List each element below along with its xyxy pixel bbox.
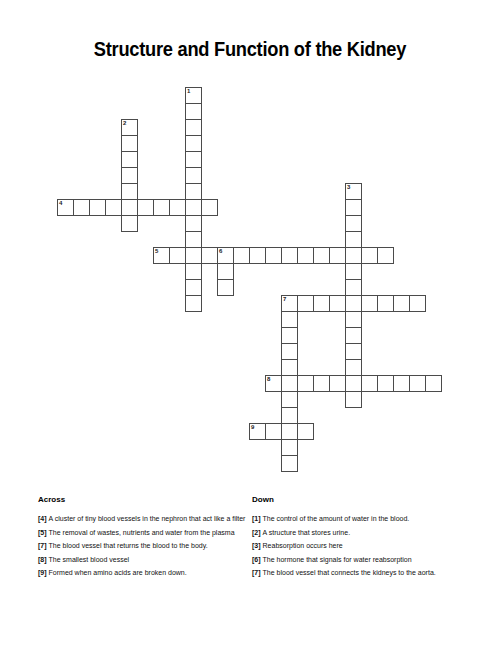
grid-cell-r17c18[interactable] (345, 359, 362, 376)
grid-cell-r18c18[interactable] (345, 375, 362, 392)
grid-cell-r10c15[interactable] (297, 247, 314, 264)
grid-cell-r10c19[interactable] (361, 247, 378, 264)
grid-cell-r1c8[interactable] (185, 103, 202, 120)
crossword-page: Structure and Function of the Kidney 123… (0, 0, 500, 647)
grid-cell-r16c14[interactable] (281, 343, 298, 360)
cell-number-2: 2 (123, 120, 126, 127)
grid-cell-r19c18[interactable] (345, 391, 362, 408)
grid-cell-r5c8[interactable] (185, 167, 202, 184)
grid-cell-r7c0[interactable]: 4 (57, 199, 74, 216)
clue-number: [4] (38, 515, 47, 522)
down-heading: Down (252, 495, 450, 504)
grid-cell-r12c8[interactable] (185, 279, 202, 296)
across-heading: Across (38, 495, 246, 504)
grid-cell-r16c18[interactable] (345, 343, 362, 360)
cell-number-8: 8 (267, 376, 270, 383)
grid-cell-r21c13[interactable] (265, 423, 282, 440)
grid-cell-r18c21[interactable] (393, 375, 410, 392)
grid-cell-r7c6[interactable] (153, 199, 170, 216)
cell-number-7: 7 (283, 296, 286, 303)
grid-cell-r10c14[interactable] (281, 247, 298, 264)
clue-down-2: [2]A structure that stores urine. (252, 528, 450, 537)
grid-cell-r7c4[interactable] (121, 199, 138, 216)
grid-cell-r18c16[interactable] (313, 375, 330, 392)
grid-cell-r22c14[interactable] (281, 439, 298, 456)
grid-cell-r21c14[interactable] (281, 423, 298, 440)
grid-cell-r5c4[interactable] (121, 167, 138, 184)
clue-text: The blood vessel that returns the blood … (49, 542, 208, 549)
grid-cell-r10c13[interactable] (265, 247, 282, 264)
grid-cell-r3c8[interactable] (185, 135, 202, 152)
grid-cell-r10c10[interactable]: 6 (217, 247, 234, 264)
grid-cell-r7c8[interactable] (185, 199, 202, 216)
grid-cell-r18c20[interactable] (377, 375, 394, 392)
clue-number: [3] (252, 542, 261, 549)
grid-cell-r8c4[interactable] (121, 215, 138, 232)
clue-down-6: [6]The hormone that signals for water re… (252, 555, 450, 564)
clue-text: The smallest blood vessel (49, 556, 130, 563)
grid-cell-r17c14[interactable] (281, 359, 298, 376)
page-title: Structure and Function of the Kidney (33, 37, 468, 61)
grid-cell-r7c18[interactable] (345, 199, 362, 216)
clue-across-4: [4]A cluster of tiny blood vessels in th… (38, 514, 246, 523)
grid-cell-r13c21[interactable] (393, 295, 410, 312)
grid-cell-r6c18[interactable]: 3 (345, 183, 362, 200)
clue-text: A structure that stores urine. (263, 529, 351, 536)
grid-cell-r20c14[interactable] (281, 407, 298, 424)
grid-cell-r10c7[interactable] (169, 247, 186, 264)
grid-cell-r21c15[interactable] (297, 423, 314, 440)
clue-down-3: [3]Reabsorption occurs here (252, 541, 450, 550)
clue-text: The hormone that signals for water reabs… (263, 556, 412, 563)
grid-cell-r4c8[interactable] (185, 151, 202, 168)
clue-across-8: [8]The smallest blood vessel (38, 555, 246, 564)
clue-number: [9] (38, 569, 47, 576)
clue-number: [2] (252, 529, 261, 536)
clue-across-7: [7]The blood vessel that returns the blo… (38, 541, 246, 550)
grid-cell-r13c17[interactable] (329, 295, 346, 312)
grid-cell-r4c4[interactable] (121, 151, 138, 168)
grid-cell-r10c11[interactable] (233, 247, 250, 264)
grid-cell-r13c18[interactable] (345, 295, 362, 312)
grid-cell-r8c18[interactable] (345, 215, 362, 232)
clue-across-5: [5]The removal of wastes, nutrients and … (38, 528, 246, 537)
grid-cell-r9c18[interactable] (345, 231, 362, 248)
grid-cell-r9c8[interactable] (185, 231, 202, 248)
clue-text: Formed when amino acids are broken down. (49, 569, 187, 576)
grid-cell-r15c18[interactable] (345, 327, 362, 344)
clue-text: The blood vessel that connects the kidne… (263, 569, 436, 576)
grid-cell-r10c18[interactable] (345, 247, 362, 264)
grid-cell-r7c7[interactable] (169, 199, 186, 216)
clue-number: [8] (38, 556, 47, 563)
grid-cell-r10c17[interactable] (329, 247, 346, 264)
clue-across-9: [9]Formed when amino acids are broken do… (38, 568, 246, 577)
down-clues-section: Down [1]The control of the amount of wat… (252, 495, 450, 582)
grid-cell-r10c6[interactable]: 5 (153, 247, 170, 264)
crossword-board: 123456789 (57, 87, 442, 472)
grid-cell-r14c14[interactable] (281, 311, 298, 328)
clue-number: [7] (252, 569, 261, 576)
grid-cell-r7c5[interactable] (137, 199, 154, 216)
grid-cell-r13c19[interactable] (361, 295, 378, 312)
grid-cell-r7c2[interactable] (89, 199, 106, 216)
grid-cell-r18c17[interactable] (329, 375, 346, 392)
grid-cell-r18c23[interactable] (425, 375, 442, 392)
grid-cell-r14c18[interactable] (345, 311, 362, 328)
grid-cell-r6c8[interactable] (185, 183, 202, 200)
grid-cell-r12c10[interactable] (217, 279, 234, 296)
grid-cell-r8c8[interactable] (185, 215, 202, 232)
grid-cell-r3c4[interactable] (121, 135, 138, 152)
clue-text: A cluster of tiny blood vessels in the n… (49, 515, 246, 522)
grid-cell-r18c19[interactable] (361, 375, 378, 392)
grid-cell-r19c14[interactable] (281, 391, 298, 408)
cell-number-3: 3 (347, 184, 350, 191)
cell-number-4: 4 (59, 200, 62, 207)
grid-cell-r7c3[interactable] (105, 199, 122, 216)
grid-cell-r15c14[interactable] (281, 327, 298, 344)
grid-cell-r10c9[interactable] (201, 247, 218, 264)
clue-text: The removal of wastes, nutrients and wat… (49, 529, 235, 536)
grid-cell-r6c4[interactable] (121, 183, 138, 200)
cell-number-6: 6 (219, 248, 222, 255)
across-clues-section: Across [4]A cluster of tiny blood vessel… (38, 495, 246, 582)
grid-cell-r12c18[interactable] (345, 279, 362, 296)
grid-cell-r21c12[interactable]: 9 (249, 423, 266, 440)
grid-cell-r2c8[interactable] (185, 119, 202, 136)
cell-number-1: 1 (187, 88, 190, 95)
grid-cell-r11c10[interactable] (217, 263, 234, 280)
clue-number: [6] (252, 556, 261, 563)
clue-down-1: [1]The control of the amount of water in… (252, 514, 450, 523)
grid-cell-r10c8[interactable] (185, 247, 202, 264)
grid-cell-r13c22[interactable] (409, 295, 426, 312)
grid-cell-r2c4[interactable]: 2 (121, 119, 138, 136)
grid-cell-r13c20[interactable] (377, 295, 394, 312)
grid-cell-r7c1[interactable] (73, 199, 90, 216)
grid-cell-r0c8[interactable]: 1 (185, 87, 202, 104)
grid-cell-r18c13[interactable]: 8 (265, 375, 282, 392)
grid-cell-r13c8[interactable] (185, 295, 202, 312)
grid-cell-r11c18[interactable] (345, 263, 362, 280)
clue-number: [1] (252, 515, 261, 522)
clue-number: [7] (38, 542, 47, 549)
grid-cell-r18c15[interactable] (297, 375, 314, 392)
grid-cell-r18c22[interactable] (409, 375, 426, 392)
grid-cell-r13c14[interactable]: 7 (281, 295, 298, 312)
cell-number-5: 5 (155, 248, 158, 255)
grid-cell-r23c14[interactable] (281, 455, 298, 472)
grid-cell-r10c20[interactable] (377, 247, 394, 264)
clue-text: Reabsorption occurs here (263, 542, 343, 549)
clue-number: [5] (38, 529, 47, 536)
grid-cell-r13c15[interactable] (297, 295, 314, 312)
clue-text: The control of the amount of water in th… (263, 515, 410, 522)
grid-cell-r10c16[interactable] (313, 247, 330, 264)
grid-cell-r11c8[interactable] (185, 263, 202, 280)
cell-number-9: 9 (251, 424, 254, 431)
grid-cell-r10c12[interactable] (249, 247, 266, 264)
grid-cell-r7c9[interactable] (201, 199, 218, 216)
grid-cell-r18c14[interactable] (281, 375, 298, 392)
clue-down-7: [7]The blood vessel that connects the ki… (252, 568, 450, 577)
grid-cell-r13c16[interactable] (313, 295, 330, 312)
